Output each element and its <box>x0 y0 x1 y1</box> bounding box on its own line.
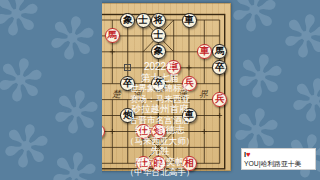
caption-line-edition: 第十七届 <box>0 73 320 84</box>
piece-black-士: 士 <box>136 13 151 28</box>
piece-black-車: 車 <box>182 13 197 28</box>
caption-line-event: 世界象棋锦标赛 <box>0 83 320 94</box>
piece-black-象: 象 <box>120 13 135 28</box>
watermark: I♥ YOU|哈利路亚十美 <box>241 148 316 170</box>
watermark-line2: YOU|哈利路亚十美 <box>244 159 313 168</box>
flower-icon <box>0 0 46 48</box>
flower-icon <box>225 0 285 44</box>
heart-icon: ♥ <box>246 150 250 159</box>
caption-line-red-player: 红方:黎德志 <box>0 125 320 136</box>
watermark-line1: I♥ <box>244 150 313 159</box>
caption-line-venue2: 砂拉越州首府 <box>0 104 320 115</box>
piece-black-将: 将 <box>151 13 166 28</box>
caption-line-year: 2022年 <box>0 62 320 73</box>
